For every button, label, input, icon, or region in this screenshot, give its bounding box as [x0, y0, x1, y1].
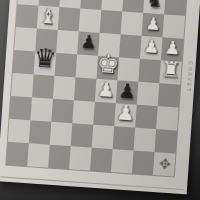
queen-icon: ♛: [33, 46, 58, 71]
bishop-icon: ♝: [39, 6, 58, 26]
white-pawn-g6[interactable]: ♟: [140, 36, 163, 60]
brand-text: CHAVET: [186, 61, 194, 93]
pawn-icon: ♟: [118, 81, 137, 101]
white-pawn-g7[interactable]: ♟: [142, 13, 165, 37]
pawn-icon: ♟: [145, 16, 161, 33]
knight-icon: ♞: [146, 0, 163, 10]
pawn-icon: ♟: [143, 38, 160, 56]
pawn-icon: ♟: [80, 34, 97, 52]
pieces-layer: ♞♝♟♟♟♟♛♚♜♟♟♟: [6, 0, 186, 176]
black-queen-b5[interactable]: ♛: [34, 51, 57, 75]
pawn-icon: ♟: [97, 80, 116, 100]
photo-scene: ♞♝♟♟♟♟♛♚♜♟♟♟ CHAVET ✥: [0, 0, 200, 200]
white-pawn-f3[interactable]: ♟: [114, 103, 137, 127]
white-rook-h5[interactable]: ♜: [159, 60, 182, 84]
chess-board: ♞♝♟♟♟♟♛♚♜♟♟♟ CHAVET ✥: [0, 0, 200, 194]
king-icon: ♚: [96, 52, 120, 77]
pawn-icon: ♟: [164, 40, 181, 58]
border-printed-line: [0, 176, 184, 190]
white-pawn-e4[interactable]: ♟: [95, 79, 118, 103]
rook-icon: ♜: [160, 59, 181, 81]
white-bishop-b7[interactable]: ♝: [37, 6, 60, 30]
pawn-icon: ♟: [116, 103, 136, 124]
